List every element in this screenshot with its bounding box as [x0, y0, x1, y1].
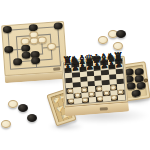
loose-black-draughts-piece[interactable]	[18, 104, 28, 112]
product-photo: ♞♝♟♟♜ ♜♞♝♛♚♝♞♜♟♟♟♟♟♟♟♟	[0, 0, 150, 150]
square-h7[interactable]: ♟	[115, 64, 123, 70]
chess-box: ♜♞♝♛♚♝♞♜♟♟♟♟♟♟♟♟	[61, 56, 129, 117]
loose-black-draughts-piece[interactable]	[27, 114, 37, 122]
loose-cream-draughts-piece[interactable]	[98, 36, 108, 44]
brand-logo-stamp	[100, 107, 108, 111]
morris-black-piece[interactable]	[54, 22, 63, 30]
white-draughts-piece[interactable]	[68, 98, 74, 103]
morris-board-face	[1, 21, 67, 76]
spare-black-draughts-piece[interactable]	[126, 82, 136, 90]
spare-black-draughts-piece[interactable]	[136, 82, 146, 90]
loose-cream-draughts-piece[interactable]	[8, 100, 18, 108]
loose-black-draughts-piece[interactable]	[116, 30, 126, 38]
loose-cream-draughts-piece[interactable]	[1, 120, 11, 128]
white-draughts-piece[interactable]	[96, 96, 102, 101]
white-draughts-piece[interactable]	[82, 97, 88, 102]
white-draughts-piece[interactable]	[111, 95, 117, 100]
loose-cream-draughts-piece[interactable]	[113, 42, 123, 50]
black-pawn-piece[interactable]: ♟	[114, 60, 123, 70]
square-h1[interactable]	[118, 94, 126, 100]
nine-mens-morris-board[interactable]	[1, 21, 68, 83]
spare-black-draughts-piece[interactable]	[131, 89, 141, 97]
loose-cream-draughts-piece[interactable]	[108, 30, 118, 38]
morris-lines	[7, 26, 61, 69]
chess-board-grid: ♜♞♝♛♚♝♞♜♟♟♟♟♟♟♟♟	[64, 59, 125, 104]
drawer-knob-hole	[144, 78, 149, 83]
chess-board-frame: ♜♞♝♛♚♝♞♜♟♟♟♟♟♟♟♟	[61, 56, 128, 108]
morris-logo-stamp	[53, 67, 60, 70]
